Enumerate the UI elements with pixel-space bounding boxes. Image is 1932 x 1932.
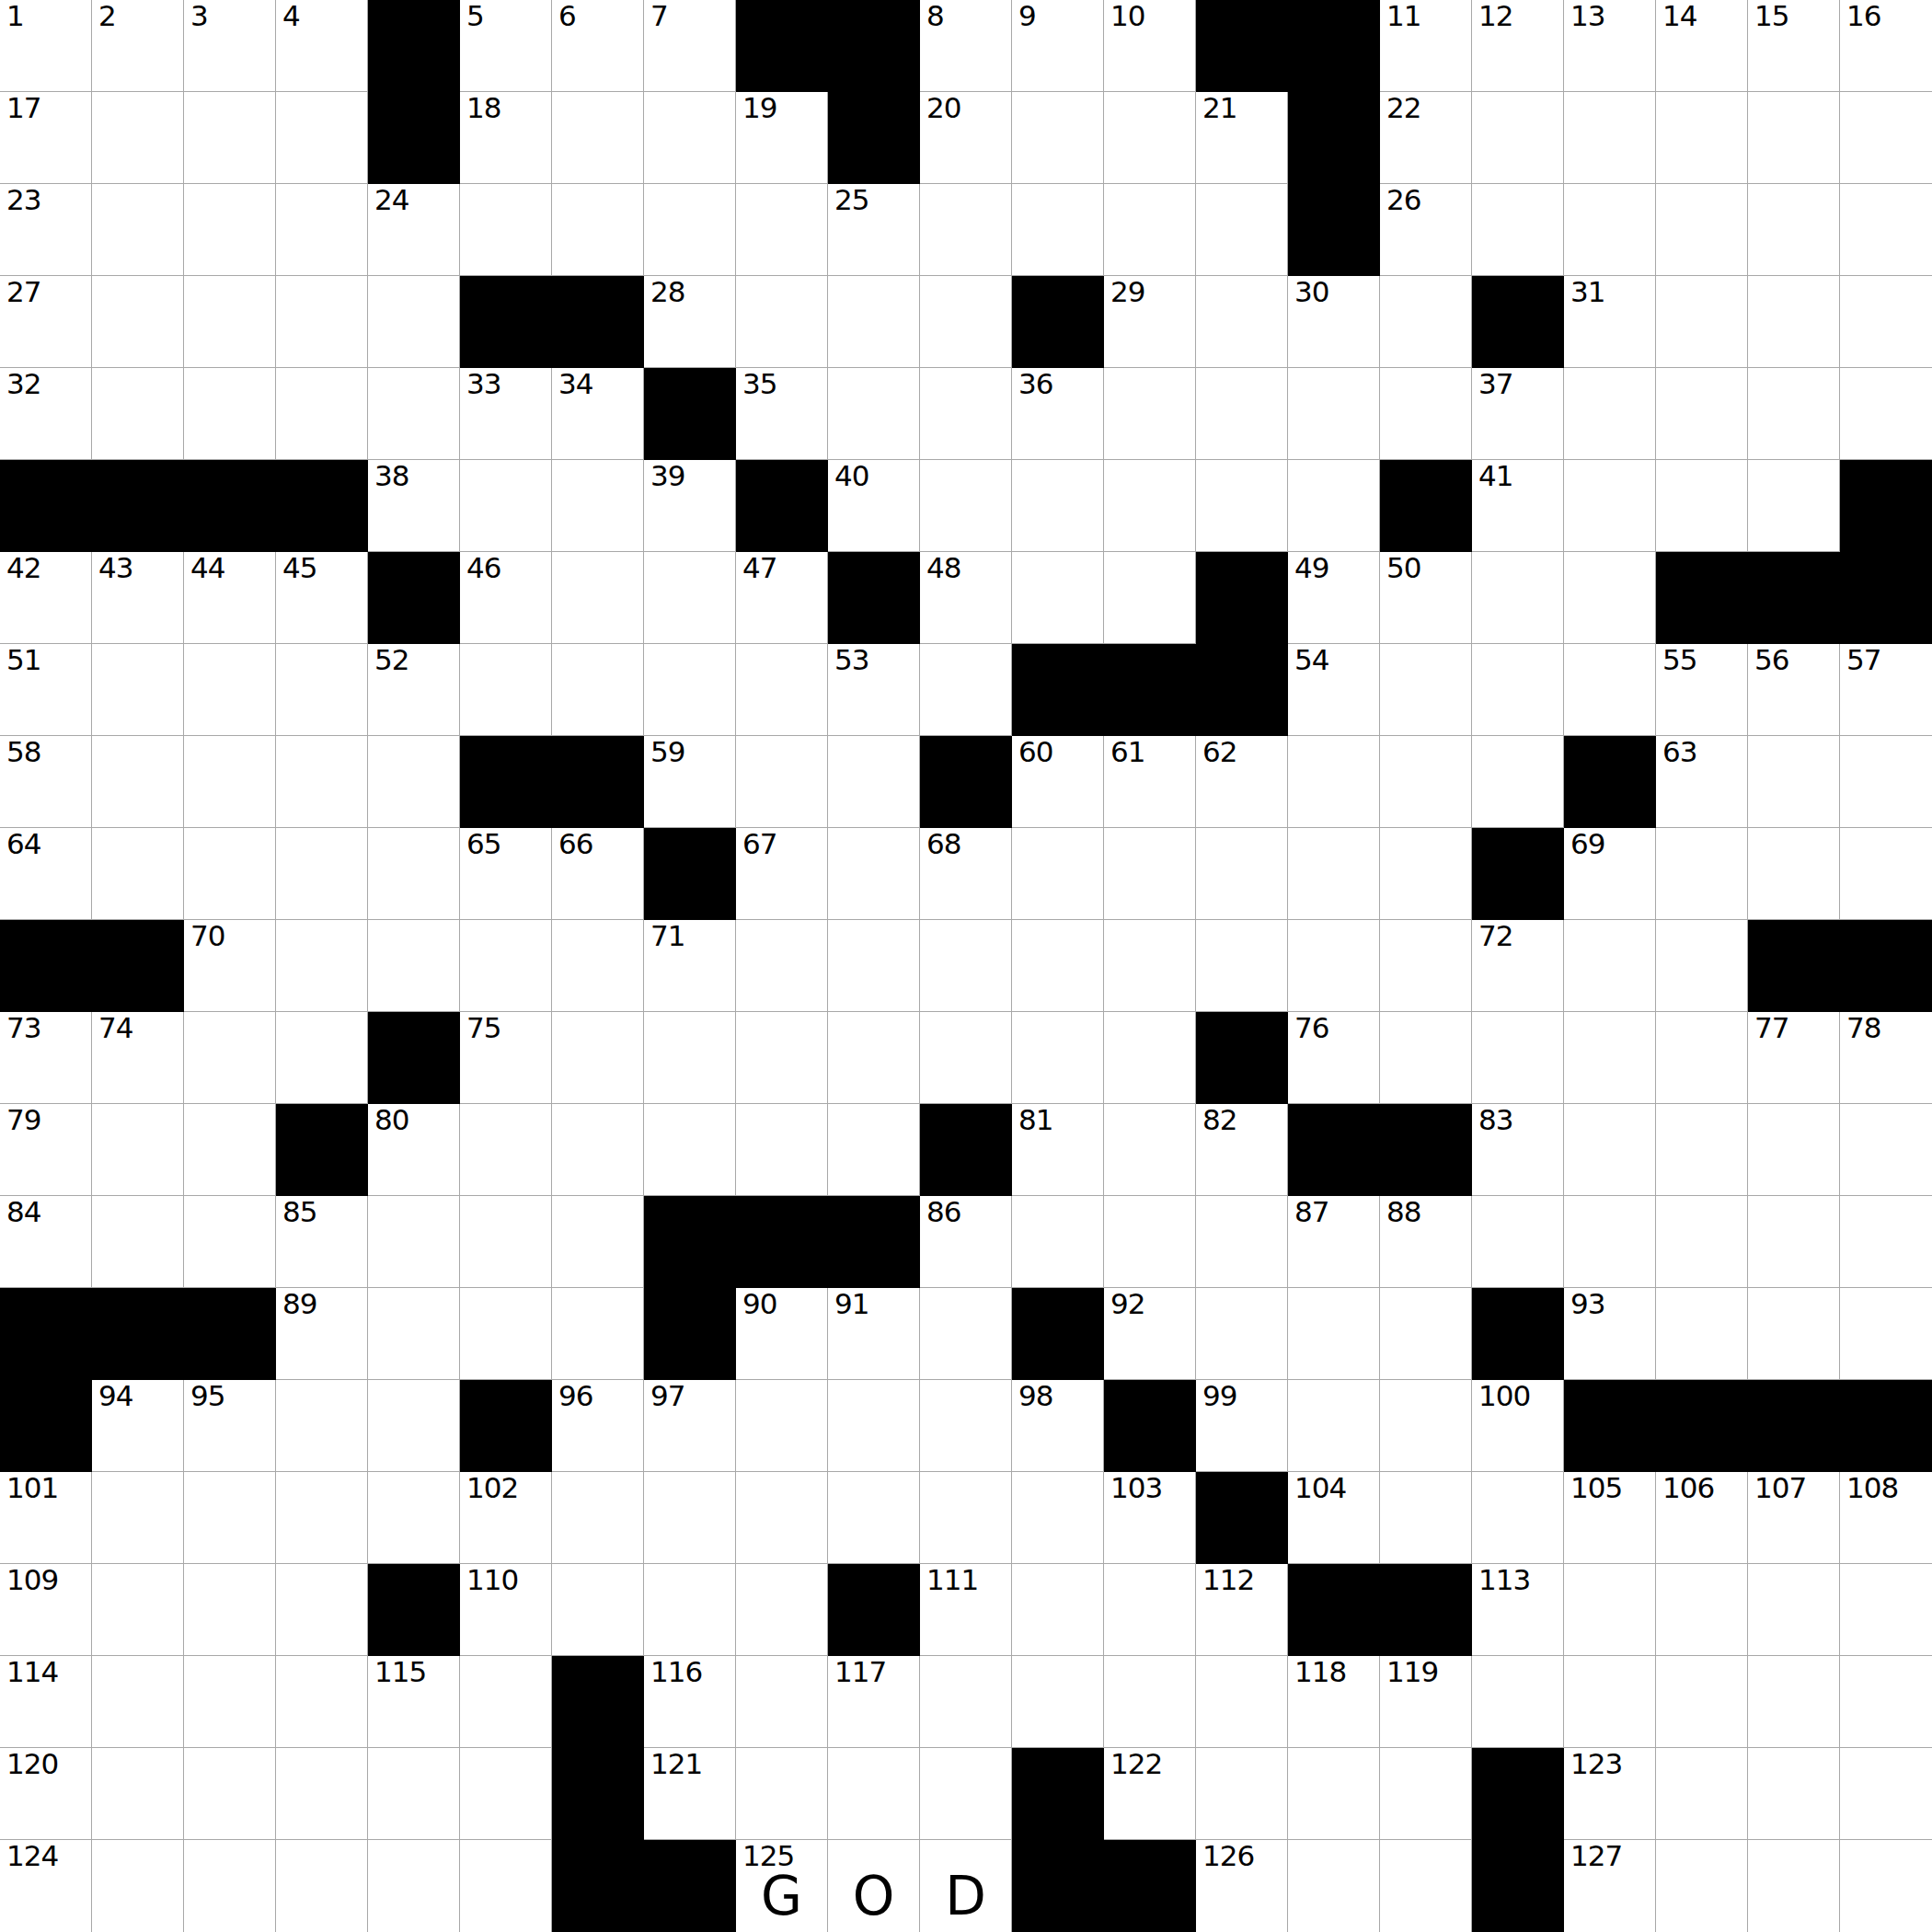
cell-r17c19[interactable]: 106 <box>1656 1472 1748 1564</box>
cell-r16c7[interactable]: 96 <box>552 1380 644 1472</box>
cell-r11c16[interactable] <box>1380 920 1472 1012</box>
cell-r14c3[interactable] <box>184 1196 276 1288</box>
cell-r10c3[interactable] <box>184 828 276 920</box>
cell-r21c1[interactable]: 124 <box>0 1840 92 1932</box>
cell-r3c2[interactable] <box>92 184 184 276</box>
cell-r9c12[interactable]: 60 <box>1012 736 1104 828</box>
cell-r10c1[interactable]: 64 <box>0 828 92 920</box>
cell-r1c3[interactable]: 3 <box>184 0 276 92</box>
cell-r2c19[interactable] <box>1656 92 1748 184</box>
cell-r8c19[interactable]: 55 <box>1656 644 1748 736</box>
cell-r8c2[interactable] <box>92 644 184 736</box>
cell-r13c6[interactable] <box>460 1104 552 1196</box>
cell-r9c4[interactable] <box>276 736 368 828</box>
cell-r2c1[interactable]: 17 <box>0 92 92 184</box>
cell-r10c18[interactable]: 69 <box>1564 828 1656 920</box>
cell-r7c16[interactable]: 50 <box>1380 552 1472 644</box>
cell-r5c17[interactable]: 37 <box>1472 368 1564 460</box>
cell-r3c7[interactable] <box>552 184 644 276</box>
cell-r6c5[interactable]: 38 <box>368 460 460 552</box>
cell-r14c13[interactable] <box>1104 1196 1196 1288</box>
cell-r14c12[interactable] <box>1012 1196 1104 1288</box>
cell-r3c12[interactable] <box>1012 184 1104 276</box>
cell-r12c4[interactable] <box>276 1012 368 1104</box>
cell-r8c18[interactable] <box>1564 644 1656 736</box>
cell-r13c2[interactable] <box>92 1104 184 1196</box>
cell-r8c15[interactable]: 54 <box>1288 644 1380 736</box>
cell-r7c7[interactable] <box>552 552 644 644</box>
cell-r5c1[interactable]: 32 <box>0 368 92 460</box>
cell-r8c17[interactable] <box>1472 644 1564 736</box>
cell-r11c8[interactable]: 71 <box>644 920 736 1012</box>
cell-r12c16[interactable] <box>1380 1012 1472 1104</box>
cell-r3c16[interactable]: 26 <box>1380 184 1472 276</box>
cell-r3c3[interactable] <box>184 184 276 276</box>
cell-r6c17[interactable]: 41 <box>1472 460 1564 552</box>
cell-r11c12[interactable] <box>1012 920 1104 1012</box>
cell-r17c18[interactable]: 105 <box>1564 1472 1656 1564</box>
cell-r1c21[interactable]: 16 <box>1840 0 1932 92</box>
cell-r2c9[interactable]: 19 <box>736 92 828 184</box>
cell-r1c18[interactable]: 13 <box>1564 0 1656 92</box>
cell-r9c8[interactable]: 59 <box>644 736 736 828</box>
cell-r11c13[interactable] <box>1104 920 1196 1012</box>
cell-r17c16[interactable] <box>1380 1472 1472 1564</box>
cell-r20c14[interactable] <box>1196 1748 1288 1840</box>
cell-r13c3[interactable] <box>184 1104 276 1196</box>
cell-r19c20[interactable] <box>1748 1656 1840 1748</box>
cell-r14c15[interactable]: 87 <box>1288 1196 1380 1288</box>
cell-r20c1[interactable]: 120 <box>0 1748 92 1840</box>
cell-r5c18[interactable] <box>1564 368 1656 460</box>
cell-r17c9[interactable] <box>736 1472 828 1564</box>
cell-r12c21[interactable]: 78 <box>1840 1012 1932 1104</box>
cell-r20c8[interactable]: 121 <box>644 1748 736 1840</box>
cell-r11c9[interactable] <box>736 920 828 1012</box>
cell-r17c2[interactable] <box>92 1472 184 1564</box>
cell-r1c8[interactable]: 7 <box>644 0 736 92</box>
cell-r4c19[interactable] <box>1656 276 1748 368</box>
cell-r13c13[interactable] <box>1104 1104 1196 1196</box>
cell-r13c10[interactable] <box>828 1104 920 1196</box>
cell-r2c2[interactable] <box>92 92 184 184</box>
cell-r19c12[interactable] <box>1012 1656 1104 1748</box>
cell-r7c9[interactable]: 47 <box>736 552 828 644</box>
cell-r5c2[interactable] <box>92 368 184 460</box>
cell-r10c14[interactable] <box>1196 828 1288 920</box>
cell-r17c12[interactable] <box>1012 1472 1104 1564</box>
cell-r6c15[interactable] <box>1288 460 1380 552</box>
cell-r13c7[interactable] <box>552 1104 644 1196</box>
cell-r11c19[interactable] <box>1656 920 1748 1012</box>
cell-r7c11[interactable]: 48 <box>920 552 1012 644</box>
cell-r15c21[interactable] <box>1840 1288 1932 1380</box>
cell-r11c7[interactable] <box>552 920 644 1012</box>
cell-r5c10[interactable] <box>828 368 920 460</box>
cell-r20c5[interactable] <box>368 1748 460 1840</box>
cell-r19c21[interactable] <box>1840 1656 1932 1748</box>
cell-r13c8[interactable] <box>644 1104 736 1196</box>
cell-r14c18[interactable] <box>1564 1196 1656 1288</box>
cell-r20c3[interactable] <box>184 1748 276 1840</box>
cell-r13c21[interactable] <box>1840 1104 1932 1196</box>
cell-r2c12[interactable] <box>1012 92 1104 184</box>
cell-r11c3[interactable]: 70 <box>184 920 276 1012</box>
cell-r10c19[interactable] <box>1656 828 1748 920</box>
cell-r15c10[interactable]: 91 <box>828 1288 920 1380</box>
cell-r12c8[interactable] <box>644 1012 736 1104</box>
cell-r11c15[interactable] <box>1288 920 1380 1012</box>
cell-r19c17[interactable] <box>1472 1656 1564 1748</box>
cell-r9c5[interactable] <box>368 736 460 828</box>
cell-r17c8[interactable] <box>644 1472 736 1564</box>
cell-r4c11[interactable] <box>920 276 1012 368</box>
cell-r15c4[interactable]: 89 <box>276 1288 368 1380</box>
cell-r5c12[interactable]: 36 <box>1012 368 1104 460</box>
cell-r5c11[interactable] <box>920 368 1012 460</box>
cell-r9c13[interactable]: 61 <box>1104 736 1196 828</box>
cell-r8c3[interactable] <box>184 644 276 736</box>
cell-r4c9[interactable] <box>736 276 828 368</box>
cell-r14c6[interactable] <box>460 1196 552 1288</box>
cell-r3c6[interactable] <box>460 184 552 276</box>
cell-r18c13[interactable] <box>1104 1564 1196 1656</box>
cell-r7c17[interactable] <box>1472 552 1564 644</box>
cell-r10c21[interactable] <box>1840 828 1932 920</box>
cell-r21c2[interactable] <box>92 1840 184 1932</box>
cell-r3c17[interactable] <box>1472 184 1564 276</box>
cell-r19c10[interactable]: 117 <box>828 1656 920 1748</box>
cell-r17c13[interactable]: 103 <box>1104 1472 1196 1564</box>
cell-r11c14[interactable] <box>1196 920 1288 1012</box>
cell-r6c20[interactable] <box>1748 460 1840 552</box>
cell-r8c10[interactable]: 53 <box>828 644 920 736</box>
cell-r6c10[interactable]: 40 <box>828 460 920 552</box>
cell-r12c1[interactable]: 73 <box>0 1012 92 1104</box>
cell-r19c5[interactable]: 115 <box>368 1656 460 1748</box>
cell-r4c3[interactable] <box>184 276 276 368</box>
cell-r1c7[interactable]: 6 <box>552 0 644 92</box>
cell-r5c21[interactable] <box>1840 368 1932 460</box>
cell-r5c19[interactable] <box>1656 368 1748 460</box>
cell-r3c18[interactable] <box>1564 184 1656 276</box>
cell-r16c9[interactable] <box>736 1380 828 1472</box>
cell-r19c19[interactable] <box>1656 1656 1748 1748</box>
cell-r18c12[interactable] <box>1012 1564 1104 1656</box>
cell-r20c13[interactable]: 122 <box>1104 1748 1196 1840</box>
cell-r12c17[interactable] <box>1472 1012 1564 1104</box>
cell-r4c13[interactable]: 29 <box>1104 276 1196 368</box>
cell-r6c8[interactable]: 39 <box>644 460 736 552</box>
cell-r16c2[interactable]: 94 <box>92 1380 184 1472</box>
cell-r4c8[interactable]: 28 <box>644 276 736 368</box>
cell-r21c11[interactable]: D <box>920 1840 1012 1932</box>
cell-r13c12[interactable]: 81 <box>1012 1104 1104 1196</box>
cell-r7c2[interactable]: 43 <box>92 552 184 644</box>
cell-r21c21[interactable] <box>1840 1840 1932 1932</box>
cell-r1c2[interactable]: 2 <box>92 0 184 92</box>
cell-r5c20[interactable] <box>1748 368 1840 460</box>
cell-r7c8[interactable] <box>644 552 736 644</box>
cell-r9c20[interactable] <box>1748 736 1840 828</box>
cell-r8c4[interactable] <box>276 644 368 736</box>
cell-r2c6[interactable]: 18 <box>460 92 552 184</box>
cell-r13c9[interactable] <box>736 1104 828 1196</box>
cell-r10c20[interactable] <box>1748 828 1840 920</box>
cell-r15c19[interactable] <box>1656 1288 1748 1380</box>
cell-r7c4[interactable]: 45 <box>276 552 368 644</box>
cell-r20c21[interactable] <box>1840 1748 1932 1840</box>
cell-r4c10[interactable] <box>828 276 920 368</box>
cell-r19c18[interactable] <box>1564 1656 1656 1748</box>
cell-r8c5[interactable]: 52 <box>368 644 460 736</box>
cell-r12c7[interactable] <box>552 1012 644 1104</box>
cell-r10c15[interactable] <box>1288 828 1380 920</box>
cell-r14c7[interactable] <box>552 1196 644 1288</box>
cell-r4c14[interactable] <box>1196 276 1288 368</box>
cell-r9c16[interactable] <box>1380 736 1472 828</box>
cell-r1c6[interactable]: 5 <box>460 0 552 92</box>
cell-r19c6[interactable] <box>460 1656 552 1748</box>
cell-r12c11[interactable] <box>920 1012 1012 1104</box>
cell-r17c20[interactable]: 107 <box>1748 1472 1840 1564</box>
cell-r1c19[interactable]: 14 <box>1656 0 1748 92</box>
cell-r1c16[interactable]: 11 <box>1380 0 1472 92</box>
cell-r12c18[interactable] <box>1564 1012 1656 1104</box>
cell-r9c14[interactable]: 62 <box>1196 736 1288 828</box>
cell-r21c20[interactable] <box>1748 1840 1840 1932</box>
cell-r12c2[interactable]: 74 <box>92 1012 184 1104</box>
cell-r17c7[interactable] <box>552 1472 644 1564</box>
cell-r1c20[interactable]: 15 <box>1748 0 1840 92</box>
cell-r2c4[interactable] <box>276 92 368 184</box>
cell-r18c20[interactable] <box>1748 1564 1840 1656</box>
cell-r3c4[interactable] <box>276 184 368 276</box>
cell-r12c19[interactable] <box>1656 1012 1748 1104</box>
cell-r19c16[interactable]: 119 <box>1380 1656 1472 1748</box>
cell-r17c3[interactable] <box>184 1472 276 1564</box>
cell-r15c15[interactable] <box>1288 1288 1380 1380</box>
cell-r21c16[interactable] <box>1380 1840 1472 1932</box>
cell-r15c6[interactable] <box>460 1288 552 1380</box>
cell-r5c9[interactable]: 35 <box>736 368 828 460</box>
cell-r2c14[interactable]: 21 <box>1196 92 1288 184</box>
cell-r2c17[interactable] <box>1472 92 1564 184</box>
cell-r10c10[interactable] <box>828 828 920 920</box>
cell-r15c16[interactable] <box>1380 1288 1472 1380</box>
cell-r19c1[interactable]: 114 <box>0 1656 92 1748</box>
cell-r5c16[interactable] <box>1380 368 1472 460</box>
cell-r3c11[interactable] <box>920 184 1012 276</box>
cell-r3c20[interactable] <box>1748 184 1840 276</box>
cell-r12c10[interactable] <box>828 1012 920 1104</box>
cell-r3c1[interactable]: 23 <box>0 184 92 276</box>
cell-r13c20[interactable] <box>1748 1104 1840 1196</box>
cell-r8c7[interactable] <box>552 644 644 736</box>
cell-r7c3[interactable]: 44 <box>184 552 276 644</box>
cell-r16c3[interactable]: 95 <box>184 1380 276 1472</box>
cell-r11c10[interactable] <box>828 920 920 1012</box>
cell-r10c4[interactable] <box>276 828 368 920</box>
cell-r17c6[interactable]: 102 <box>460 1472 552 1564</box>
cell-r17c17[interactable] <box>1472 1472 1564 1564</box>
cell-r9c21[interactable] <box>1840 736 1932 828</box>
cell-r9c19[interactable]: 63 <box>1656 736 1748 828</box>
cell-r21c9[interactable]: 125G <box>736 1840 828 1932</box>
cell-r21c4[interactable] <box>276 1840 368 1932</box>
cell-r10c2[interactable] <box>92 828 184 920</box>
cell-r16c10[interactable] <box>828 1380 920 1472</box>
cell-r6c11[interactable] <box>920 460 1012 552</box>
cell-r18c14[interactable]: 112 <box>1196 1564 1288 1656</box>
cell-r12c12[interactable] <box>1012 1012 1104 1104</box>
cell-r2c7[interactable] <box>552 92 644 184</box>
cell-r8c6[interactable] <box>460 644 552 736</box>
cell-r11c6[interactable] <box>460 920 552 1012</box>
cell-r14c16[interactable]: 88 <box>1380 1196 1472 1288</box>
cell-r18c8[interactable] <box>644 1564 736 1656</box>
cell-r13c18[interactable] <box>1564 1104 1656 1196</box>
cell-r20c10[interactable] <box>828 1748 920 1840</box>
cell-r9c10[interactable] <box>828 736 920 828</box>
cell-r15c5[interactable] <box>368 1288 460 1380</box>
cell-r1c4[interactable]: 4 <box>276 0 368 92</box>
cell-r10c16[interactable] <box>1380 828 1472 920</box>
cell-r3c13[interactable] <box>1104 184 1196 276</box>
cell-r1c12[interactable]: 9 <box>1012 0 1104 92</box>
cell-r10c12[interactable] <box>1012 828 1104 920</box>
cell-r9c3[interactable] <box>184 736 276 828</box>
cell-r13c1[interactable]: 79 <box>0 1104 92 1196</box>
cell-r6c6[interactable] <box>460 460 552 552</box>
cell-r15c9[interactable]: 90 <box>736 1288 828 1380</box>
cell-r18c7[interactable] <box>552 1564 644 1656</box>
cell-r9c9[interactable] <box>736 736 828 828</box>
cell-r18c17[interactable]: 113 <box>1472 1564 1564 1656</box>
cell-r10c11[interactable]: 68 <box>920 828 1012 920</box>
cell-r11c4[interactable] <box>276 920 368 1012</box>
cell-r4c16[interactable] <box>1380 276 1472 368</box>
cell-r12c15[interactable]: 76 <box>1288 1012 1380 1104</box>
cell-r12c9[interactable] <box>736 1012 828 1104</box>
cell-r3c10[interactable]: 25 <box>828 184 920 276</box>
cell-r17c1[interactable]: 101 <box>0 1472 92 1564</box>
cell-r5c3[interactable] <box>184 368 276 460</box>
cell-r18c3[interactable] <box>184 1564 276 1656</box>
cell-r10c7[interactable]: 66 <box>552 828 644 920</box>
cell-r16c4[interactable] <box>276 1380 368 1472</box>
cell-r16c5[interactable] <box>368 1380 460 1472</box>
cell-r2c11[interactable]: 20 <box>920 92 1012 184</box>
cell-r5c14[interactable] <box>1196 368 1288 460</box>
cell-r2c8[interactable] <box>644 92 736 184</box>
cell-r8c16[interactable] <box>1380 644 1472 736</box>
cell-r8c8[interactable] <box>644 644 736 736</box>
cell-r4c20[interactable] <box>1748 276 1840 368</box>
cell-r14c5[interactable] <box>368 1196 460 1288</box>
cell-r21c10[interactable]: O <box>828 1840 920 1932</box>
cell-r18c1[interactable]: 109 <box>0 1564 92 1656</box>
cell-r18c4[interactable] <box>276 1564 368 1656</box>
cell-r7c13[interactable] <box>1104 552 1196 644</box>
cell-r8c9[interactable] <box>736 644 828 736</box>
cell-r16c16[interactable] <box>1380 1380 1472 1472</box>
cell-r5c7[interactable]: 34 <box>552 368 644 460</box>
cell-r19c14[interactable] <box>1196 1656 1288 1748</box>
cell-r9c2[interactable] <box>92 736 184 828</box>
cell-r21c3[interactable] <box>184 1840 276 1932</box>
cell-r14c21[interactable] <box>1840 1196 1932 1288</box>
cell-r14c4[interactable]: 85 <box>276 1196 368 1288</box>
cell-r18c11[interactable]: 111 <box>920 1564 1012 1656</box>
cell-r15c20[interactable] <box>1748 1288 1840 1380</box>
cell-r14c14[interactable] <box>1196 1196 1288 1288</box>
cell-r8c1[interactable]: 51 <box>0 644 92 736</box>
cell-r15c18[interactable]: 93 <box>1564 1288 1656 1380</box>
cell-r21c5[interactable] <box>368 1840 460 1932</box>
cell-r2c3[interactable] <box>184 92 276 184</box>
cell-r18c18[interactable] <box>1564 1564 1656 1656</box>
cell-r15c11[interactable] <box>920 1288 1012 1380</box>
cell-r7c18[interactable] <box>1564 552 1656 644</box>
cell-r20c15[interactable] <box>1288 1748 1380 1840</box>
cell-r5c6[interactable]: 33 <box>460 368 552 460</box>
cell-r4c18[interactable]: 31 <box>1564 276 1656 368</box>
cell-r7c12[interactable] <box>1012 552 1104 644</box>
cell-r12c6[interactable]: 75 <box>460 1012 552 1104</box>
cell-r6c18[interactable] <box>1564 460 1656 552</box>
cell-r1c13[interactable]: 10 <box>1104 0 1196 92</box>
cell-r9c17[interactable] <box>1472 736 1564 828</box>
cell-r1c17[interactable]: 12 <box>1472 0 1564 92</box>
cell-r17c21[interactable]: 108 <box>1840 1472 1932 1564</box>
cell-r6c19[interactable] <box>1656 460 1748 552</box>
cell-r19c11[interactable] <box>920 1656 1012 1748</box>
cell-r10c13[interactable] <box>1104 828 1196 920</box>
cell-r13c5[interactable]: 80 <box>368 1104 460 1196</box>
cell-r3c21[interactable] <box>1840 184 1932 276</box>
cell-r6c13[interactable] <box>1104 460 1196 552</box>
cell-r21c6[interactable] <box>460 1840 552 1932</box>
cell-r15c14[interactable] <box>1196 1288 1288 1380</box>
cell-r2c18[interactable] <box>1564 92 1656 184</box>
cell-r20c2[interactable] <box>92 1748 184 1840</box>
cell-r20c4[interactable] <box>276 1748 368 1840</box>
cell-r3c14[interactable] <box>1196 184 1288 276</box>
cell-r16c12[interactable]: 98 <box>1012 1380 1104 1472</box>
cell-r8c11[interactable] <box>920 644 1012 736</box>
cell-r4c4[interactable] <box>276 276 368 368</box>
cell-r16c11[interactable] <box>920 1380 1012 1472</box>
cell-r3c8[interactable] <box>644 184 736 276</box>
cell-r19c3[interactable] <box>184 1656 276 1748</box>
cell-r5c5[interactable] <box>368 368 460 460</box>
cell-r20c18[interactable]: 123 <box>1564 1748 1656 1840</box>
cell-r19c13[interactable] <box>1104 1656 1196 1748</box>
cell-r11c5[interactable] <box>368 920 460 1012</box>
cell-r11c11[interactable] <box>920 920 1012 1012</box>
cell-r6c7[interactable] <box>552 460 644 552</box>
cell-r17c10[interactable] <box>828 1472 920 1564</box>
cell-r16c17[interactable]: 100 <box>1472 1380 1564 1472</box>
cell-r9c1[interactable]: 58 <box>0 736 92 828</box>
cell-r4c1[interactable]: 27 <box>0 276 92 368</box>
cell-r14c2[interactable] <box>92 1196 184 1288</box>
cell-r13c19[interactable] <box>1656 1104 1748 1196</box>
cell-r14c19[interactable] <box>1656 1196 1748 1288</box>
cell-r20c6[interactable] <box>460 1748 552 1840</box>
cell-r19c2[interactable] <box>92 1656 184 1748</box>
